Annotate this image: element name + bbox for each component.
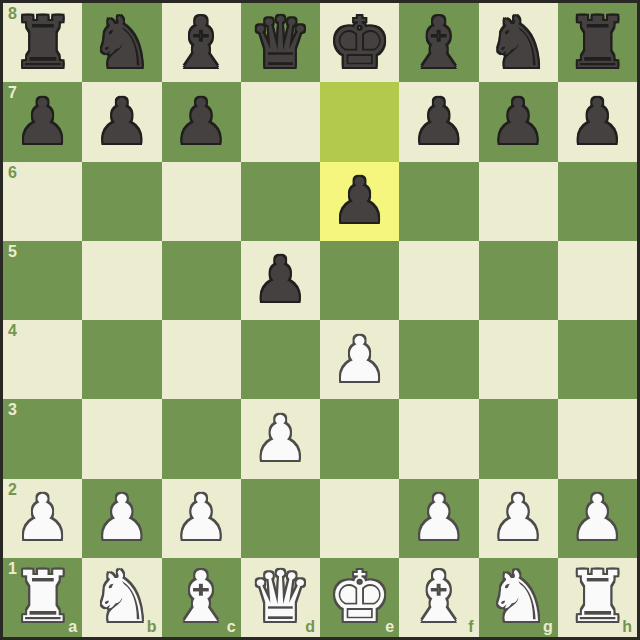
square-d7[interactable] [241,82,320,161]
square-c4[interactable] [162,320,241,399]
square-d1[interactable]: ♛d [241,558,320,637]
square-a7[interactable]: ♟7 [3,82,82,161]
square-f7[interactable]: ♟ [399,82,478,161]
rank-label-3: 3 [8,401,17,419]
piece-black-rook[interactable]: ♜ [566,8,629,78]
square-b8[interactable]: ♞ [82,3,161,82]
square-d6[interactable] [241,162,320,241]
square-e6[interactable]: ♟ [320,162,399,241]
square-b1[interactable]: ♞b [82,558,161,637]
rank-label-4: 4 [8,322,17,340]
square-g8[interactable]: ♞ [479,3,558,82]
square-f2[interactable]: ♟ [399,479,478,558]
piece-black-pawn[interactable]: ♟ [253,249,309,311]
square-b2[interactable]: ♟ [82,479,161,558]
square-f5[interactable] [399,241,478,320]
square-b3[interactable] [82,399,161,478]
piece-white-bishop[interactable]: ♝ [170,562,233,632]
square-d2[interactable] [241,479,320,558]
square-f6[interactable] [399,162,478,241]
square-f3[interactable] [399,399,478,478]
square-e2[interactable] [320,479,399,558]
piece-white-pawn[interactable]: ♟ [570,487,626,549]
square-a3[interactable]: 3 [3,399,82,478]
square-h4[interactable] [558,320,637,399]
piece-black-knight[interactable]: ♞ [90,8,153,78]
piece-black-pawn[interactable]: ♟ [332,170,388,232]
square-g1[interactable]: ♞g [479,558,558,637]
square-b7[interactable]: ♟ [82,82,161,161]
piece-black-pawn[interactable]: ♟ [570,91,626,153]
square-e1[interactable]: ♚e [320,558,399,637]
square-e4[interactable]: ♟ [320,320,399,399]
piece-white-queen[interactable]: ♛ [249,562,312,632]
square-a6[interactable]: 6 [3,162,82,241]
square-h2[interactable]: ♟ [558,479,637,558]
rank-label-5: 5 [8,243,17,261]
square-f1[interactable]: ♝f [399,558,478,637]
chess-board: ♜8♞♝♛♚♝♞♜♟7♟♟♟♟♟6♟5♟4♟3♟♟2♟♟♟♟♟♜1a♞b♝c♛d… [3,3,637,637]
piece-black-pawn[interactable]: ♟ [94,91,150,153]
square-f4[interactable] [399,320,478,399]
square-d4[interactable] [241,320,320,399]
square-c5[interactable] [162,241,241,320]
piece-black-queen[interactable]: ♛ [249,8,312,78]
square-c7[interactable]: ♟ [162,82,241,161]
square-g2[interactable]: ♟ [479,479,558,558]
piece-white-pawn[interactable]: ♟ [332,329,388,391]
piece-black-pawn[interactable]: ♟ [173,91,229,153]
piece-white-pawn[interactable]: ♟ [411,487,467,549]
square-g6[interactable] [479,162,558,241]
square-g4[interactable] [479,320,558,399]
piece-black-pawn[interactable]: ♟ [411,91,467,153]
square-d5[interactable]: ♟ [241,241,320,320]
square-a1[interactable]: ♜1a [3,558,82,637]
square-e8[interactable]: ♚ [320,3,399,82]
piece-white-bishop[interactable]: ♝ [407,562,470,632]
square-g5[interactable] [479,241,558,320]
square-h3[interactable] [558,399,637,478]
square-a2[interactable]: ♟2 [3,479,82,558]
piece-white-pawn[interactable]: ♟ [253,408,309,470]
square-h7[interactable]: ♟ [558,82,637,161]
piece-white-rook[interactable]: ♜ [11,562,74,632]
square-e7[interactable] [320,82,399,161]
square-c6[interactable] [162,162,241,241]
piece-white-pawn[interactable]: ♟ [15,487,71,549]
square-h8[interactable]: ♜ [558,3,637,82]
square-d3[interactable]: ♟ [241,399,320,478]
piece-white-knight[interactable]: ♞ [90,562,153,632]
square-g3[interactable] [479,399,558,478]
square-g7[interactable]: ♟ [479,82,558,161]
piece-white-pawn[interactable]: ♟ [173,487,229,549]
piece-black-king[interactable]: ♚ [328,8,391,78]
square-h6[interactable] [558,162,637,241]
piece-white-rook[interactable]: ♜ [566,562,629,632]
piece-black-bishop[interactable]: ♝ [407,8,470,78]
rank-label-6: 6 [8,164,17,182]
square-a8[interactable]: ♜8 [3,3,82,82]
square-f8[interactable]: ♝ [399,3,478,82]
square-e5[interactable] [320,241,399,320]
square-c1[interactable]: ♝c [162,558,241,637]
square-c8[interactable]: ♝ [162,3,241,82]
piece-black-rook[interactable]: ♜ [11,8,74,78]
square-h5[interactable] [558,241,637,320]
square-b5[interactable] [82,241,161,320]
square-b6[interactable] [82,162,161,241]
piece-black-bishop[interactable]: ♝ [170,8,233,78]
square-b4[interactable] [82,320,161,399]
piece-white-knight[interactable]: ♞ [487,562,550,632]
square-c3[interactable] [162,399,241,478]
square-e3[interactable] [320,399,399,478]
square-a4[interactable]: 4 [3,320,82,399]
square-a5[interactable]: 5 [3,241,82,320]
piece-white-pawn[interactable]: ♟ [94,487,150,549]
piece-black-pawn[interactable]: ♟ [15,91,71,153]
square-h1[interactable]: ♜h [558,558,637,637]
piece-white-king[interactable]: ♚ [328,562,391,632]
square-c2[interactable]: ♟ [162,479,241,558]
piece-black-pawn[interactable]: ♟ [490,91,546,153]
piece-white-pawn[interactable]: ♟ [490,487,546,549]
square-d8[interactable]: ♛ [241,3,320,82]
piece-black-knight[interactable]: ♞ [487,8,550,78]
